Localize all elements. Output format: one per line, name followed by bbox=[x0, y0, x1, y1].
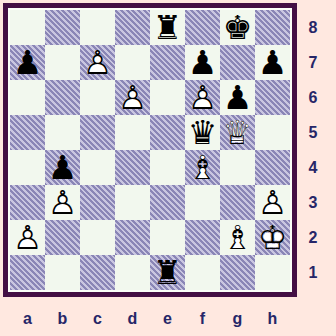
white-bishop-icon: ♗ bbox=[220, 220, 255, 253]
piece-white-pawn-a2[interactable]: ♟♙ bbox=[10, 220, 45, 255]
square-c8[interactable] bbox=[80, 10, 115, 45]
square-b5[interactable] bbox=[45, 115, 80, 150]
square-a4[interactable] bbox=[10, 150, 45, 185]
square-d7[interactable] bbox=[115, 45, 150, 80]
square-g6[interactable]: ♟ bbox=[220, 80, 255, 115]
square-c1[interactable] bbox=[80, 255, 115, 290]
rank-label-1: 1 bbox=[298, 255, 328, 290]
piece-black-king-g8[interactable]: ♚ bbox=[220, 10, 255, 45]
square-e3[interactable] bbox=[150, 185, 185, 220]
square-e2[interactable] bbox=[150, 220, 185, 255]
piece-black-pawn-g6[interactable]: ♟ bbox=[220, 80, 255, 115]
square-f1[interactable] bbox=[185, 255, 220, 290]
file-label-c: c bbox=[80, 307, 115, 331]
square-a3[interactable] bbox=[10, 185, 45, 220]
white-pawn-icon: ♙ bbox=[115, 80, 150, 113]
square-a1[interactable] bbox=[10, 255, 45, 290]
chess-board: ♜♚♟♟♙♟♟♟♙♟♙♟♛♛♕♟♝♗♟♙♟♙♟♙♝♗♚♔♜ bbox=[10, 10, 290, 290]
square-a5[interactable] bbox=[10, 115, 45, 150]
piece-black-pawn-h7[interactable]: ♟ bbox=[255, 45, 290, 80]
white-bishop-icon: ♗ bbox=[185, 150, 220, 183]
square-d6[interactable]: ♟♙ bbox=[115, 80, 150, 115]
square-e5[interactable] bbox=[150, 115, 185, 150]
square-f2[interactable] bbox=[185, 220, 220, 255]
square-f8[interactable] bbox=[185, 10, 220, 45]
square-c2[interactable] bbox=[80, 220, 115, 255]
file-label-b: b bbox=[45, 307, 80, 331]
rank-label-8: 8 bbox=[298, 10, 328, 45]
black-pawn-icon: ♟ bbox=[220, 80, 255, 113]
rank-label-7: 7 bbox=[298, 45, 328, 80]
piece-white-queen-g5[interactable]: ♛♕ bbox=[220, 115, 255, 150]
square-c3[interactable] bbox=[80, 185, 115, 220]
square-g5[interactable]: ♛♕ bbox=[220, 115, 255, 150]
white-pawn-icon: ♙ bbox=[10, 220, 45, 253]
square-f5[interactable]: ♛ bbox=[185, 115, 220, 150]
square-h5[interactable] bbox=[255, 115, 290, 150]
white-pawn-icon: ♙ bbox=[45, 185, 80, 218]
black-rook-icon: ♜ bbox=[150, 10, 185, 43]
piece-black-pawn-b4[interactable]: ♟ bbox=[45, 150, 80, 185]
piece-white-bishop-g2[interactable]: ♝♗ bbox=[220, 220, 255, 255]
square-h4[interactable] bbox=[255, 150, 290, 185]
square-h8[interactable] bbox=[255, 10, 290, 45]
board-frame: ♜♚♟♟♙♟♟♟♙♟♙♟♛♛♕♟♝♗♟♙♟♙♟♙♝♗♚♔♜ bbox=[3, 3, 297, 297]
rank-labels: 8 7 6 5 4 3 2 1 bbox=[298, 10, 328, 290]
piece-black-queen-f5[interactable]: ♛ bbox=[185, 115, 220, 150]
square-c4[interactable] bbox=[80, 150, 115, 185]
square-g1[interactable] bbox=[220, 255, 255, 290]
white-pawn-icon: ♙ bbox=[80, 45, 115, 78]
square-a7[interactable]: ♟ bbox=[10, 45, 45, 80]
black-queen-icon: ♛ bbox=[185, 115, 220, 148]
square-g8[interactable]: ♚ bbox=[220, 10, 255, 45]
piece-black-rook-e1[interactable]: ♜ bbox=[150, 255, 185, 290]
square-d3[interactable] bbox=[115, 185, 150, 220]
piece-white-pawn-f6[interactable]: ♟♙ bbox=[185, 80, 220, 115]
black-king-icon: ♚ bbox=[220, 10, 255, 43]
rank-label-6: 6 bbox=[298, 80, 328, 115]
black-pawn-icon: ♟ bbox=[10, 45, 45, 78]
square-e6[interactable] bbox=[150, 80, 185, 115]
rank-label-4: 4 bbox=[298, 150, 328, 185]
square-c7[interactable]: ♟♙ bbox=[80, 45, 115, 80]
square-b1[interactable] bbox=[45, 255, 80, 290]
file-label-d: d bbox=[115, 307, 150, 331]
square-d4[interactable] bbox=[115, 150, 150, 185]
file-label-h: h bbox=[255, 307, 290, 331]
piece-white-pawn-h3[interactable]: ♟♙ bbox=[255, 185, 290, 220]
square-d2[interactable] bbox=[115, 220, 150, 255]
square-b4[interactable]: ♟ bbox=[45, 150, 80, 185]
white-pawn-icon: ♙ bbox=[255, 185, 290, 218]
file-label-f: f bbox=[185, 307, 220, 331]
white-queen-icon: ♕ bbox=[220, 115, 255, 148]
piece-black-rook-e8[interactable]: ♜ bbox=[150, 10, 185, 45]
square-h2[interactable]: ♚♔ bbox=[255, 220, 290, 255]
square-c5[interactable] bbox=[80, 115, 115, 150]
square-b3[interactable]: ♟♙ bbox=[45, 185, 80, 220]
black-pawn-icon: ♟ bbox=[255, 45, 290, 78]
white-pawn-icon: ♙ bbox=[185, 80, 220, 113]
rank-label-5: 5 bbox=[298, 115, 328, 150]
chess-diagram: { "game": "chess", "position": { "fen": … bbox=[0, 0, 336, 336]
piece-black-pawn-f7[interactable]: ♟ bbox=[185, 45, 220, 80]
file-labels: a b c d e f g h bbox=[10, 307, 290, 331]
square-g4[interactable] bbox=[220, 150, 255, 185]
rank-label-2: 2 bbox=[298, 220, 328, 255]
black-pawn-icon: ♟ bbox=[185, 45, 220, 78]
square-e7[interactable] bbox=[150, 45, 185, 80]
square-h1[interactable] bbox=[255, 255, 290, 290]
square-d1[interactable] bbox=[115, 255, 150, 290]
white-king-icon: ♔ bbox=[255, 220, 290, 253]
square-b2[interactable] bbox=[45, 220, 80, 255]
file-label-a: a bbox=[10, 307, 45, 331]
file-label-e: e bbox=[150, 307, 185, 331]
square-c6[interactable] bbox=[80, 80, 115, 115]
square-f3[interactable] bbox=[185, 185, 220, 220]
square-e4[interactable] bbox=[150, 150, 185, 185]
piece-white-bishop-f4[interactable]: ♝♗ bbox=[185, 150, 220, 185]
square-e1[interactable]: ♜ bbox=[150, 255, 185, 290]
square-b7[interactable] bbox=[45, 45, 80, 80]
square-a8[interactable] bbox=[10, 10, 45, 45]
square-a6[interactable] bbox=[10, 80, 45, 115]
square-h7[interactable]: ♟ bbox=[255, 45, 290, 80]
square-g3[interactable] bbox=[220, 185, 255, 220]
file-label-g: g bbox=[220, 307, 255, 331]
square-g7[interactable] bbox=[220, 45, 255, 80]
black-rook-icon: ♜ bbox=[150, 255, 185, 288]
square-b8[interactable] bbox=[45, 10, 80, 45]
piece-white-king-h2[interactable]: ♚♔ bbox=[255, 220, 290, 255]
black-pawn-icon: ♟ bbox=[45, 150, 80, 183]
square-g2[interactable]: ♝♗ bbox=[220, 220, 255, 255]
square-f7[interactable]: ♟ bbox=[185, 45, 220, 80]
square-a2[interactable]: ♟♙ bbox=[10, 220, 45, 255]
square-f4[interactable]: ♝♗ bbox=[185, 150, 220, 185]
square-b6[interactable] bbox=[45, 80, 80, 115]
piece-black-pawn-a7[interactable]: ♟ bbox=[10, 45, 45, 80]
square-f6[interactable]: ♟♙ bbox=[185, 80, 220, 115]
piece-white-pawn-b3[interactable]: ♟♙ bbox=[45, 185, 80, 220]
square-h3[interactable]: ♟♙ bbox=[255, 185, 290, 220]
piece-white-pawn-d6[interactable]: ♟♙ bbox=[115, 80, 150, 115]
square-e8[interactable]: ♜ bbox=[150, 10, 185, 45]
square-d5[interactable] bbox=[115, 115, 150, 150]
square-d8[interactable] bbox=[115, 10, 150, 45]
rank-label-3: 3 bbox=[298, 185, 328, 220]
piece-white-pawn-c7[interactable]: ♟♙ bbox=[80, 45, 115, 80]
square-h6[interactable] bbox=[255, 80, 290, 115]
